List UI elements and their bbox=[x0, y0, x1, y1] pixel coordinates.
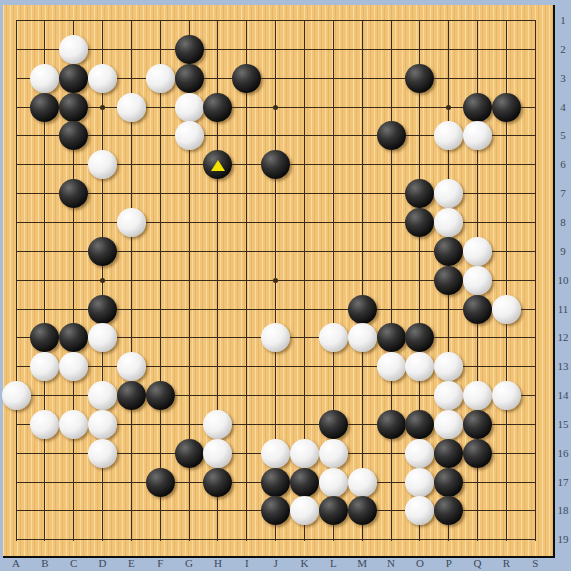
column-label: O bbox=[410, 557, 430, 570]
column-label: F bbox=[150, 557, 170, 570]
stone-white bbox=[434, 410, 463, 439]
column-label: L bbox=[323, 557, 343, 570]
stone-black bbox=[59, 93, 88, 122]
stone-white bbox=[88, 64, 117, 93]
stone-white bbox=[88, 150, 117, 179]
stone-white bbox=[434, 381, 463, 410]
stone-black bbox=[175, 64, 204, 93]
row-label: 6 bbox=[556, 158, 570, 171]
stone-black bbox=[405, 208, 434, 237]
stone-black bbox=[59, 323, 88, 352]
stone-black bbox=[348, 295, 377, 324]
stone-black bbox=[405, 179, 434, 208]
stone-white bbox=[377, 352, 406, 381]
row-label: 14 bbox=[556, 389, 570, 402]
column-label: E bbox=[121, 557, 141, 570]
column-label: I bbox=[237, 557, 257, 570]
row-label: 18 bbox=[556, 504, 570, 517]
stone-black bbox=[377, 410, 406, 439]
grid-line-vertical bbox=[16, 21, 17, 541]
stone-white bbox=[405, 468, 434, 497]
stone-white bbox=[319, 323, 348, 352]
row-label: 7 bbox=[556, 187, 570, 200]
row-label: 13 bbox=[556, 360, 570, 373]
stone-white bbox=[261, 323, 290, 352]
stone-white bbox=[290, 439, 319, 468]
stone-black bbox=[377, 121, 406, 150]
column-label: Q bbox=[468, 557, 488, 570]
stone-white bbox=[319, 439, 348, 468]
grid-line-horizontal bbox=[16, 539, 536, 540]
stone-black bbox=[30, 93, 59, 122]
stone-black bbox=[203, 93, 232, 122]
stone-white bbox=[261, 439, 290, 468]
stone-black bbox=[463, 93, 492, 122]
stone-white bbox=[348, 323, 377, 352]
stone-white bbox=[117, 352, 146, 381]
stone-black bbox=[117, 381, 146, 410]
stone-black bbox=[261, 468, 290, 497]
stone-black bbox=[463, 295, 492, 324]
row-label: 1 bbox=[556, 14, 570, 27]
stone-black bbox=[405, 64, 434, 93]
stone-white bbox=[492, 295, 521, 324]
stone-black bbox=[59, 121, 88, 150]
go-app-window: ABCDEFGHIJKLMNOPQRS 12345678910111213141… bbox=[0, 0, 571, 571]
star-point bbox=[100, 105, 105, 110]
column-label: K bbox=[295, 557, 315, 570]
stone-black bbox=[30, 323, 59, 352]
stone-black bbox=[88, 237, 117, 266]
row-label: 4 bbox=[556, 101, 570, 114]
grid-line-horizontal bbox=[16, 20, 536, 21]
stone-black bbox=[319, 410, 348, 439]
star-point bbox=[100, 278, 105, 283]
stone-black bbox=[492, 93, 521, 122]
row-label: 2 bbox=[556, 43, 570, 56]
column-label: R bbox=[496, 557, 516, 570]
stone-white bbox=[405, 352, 434, 381]
stone-black bbox=[434, 439, 463, 468]
stone-white bbox=[30, 410, 59, 439]
stone-white bbox=[463, 121, 492, 150]
row-label: 8 bbox=[556, 216, 570, 229]
row-label: 12 bbox=[556, 331, 570, 344]
stone-white bbox=[117, 208, 146, 237]
stone-white bbox=[117, 93, 146, 122]
grid-line-vertical bbox=[246, 21, 247, 541]
stone-white bbox=[88, 381, 117, 410]
column-label: D bbox=[93, 557, 113, 570]
stone-white bbox=[30, 64, 59, 93]
stone-white bbox=[88, 410, 117, 439]
star-point bbox=[273, 105, 278, 110]
stone-black bbox=[290, 468, 319, 497]
stone-black bbox=[319, 496, 348, 525]
grid-line-vertical bbox=[362, 21, 363, 541]
stone-white bbox=[463, 266, 492, 295]
stone-black bbox=[175, 35, 204, 64]
row-label: 15 bbox=[556, 418, 570, 431]
stone-white bbox=[88, 439, 117, 468]
row-label: 11 bbox=[556, 303, 570, 316]
stone-black bbox=[348, 496, 377, 525]
stone-black bbox=[261, 150, 290, 179]
stone-black bbox=[434, 237, 463, 266]
stone-white bbox=[434, 121, 463, 150]
stone-white bbox=[203, 439, 232, 468]
stone-black bbox=[232, 64, 261, 93]
column-label: P bbox=[439, 557, 459, 570]
row-label: 3 bbox=[556, 72, 570, 85]
stone-white bbox=[59, 410, 88, 439]
stone-black bbox=[59, 179, 88, 208]
stone-black bbox=[434, 266, 463, 295]
stone-white bbox=[175, 121, 204, 150]
stone-black bbox=[146, 381, 175, 410]
stone-black bbox=[463, 439, 492, 468]
triangle-marker-icon bbox=[211, 160, 225, 171]
stone-white bbox=[405, 496, 434, 525]
grid-line-vertical bbox=[160, 21, 161, 541]
stone-white bbox=[59, 35, 88, 64]
grid-line-vertical bbox=[391, 21, 392, 541]
stone-black bbox=[377, 323, 406, 352]
row-label: 17 bbox=[556, 476, 570, 489]
stone-black bbox=[434, 468, 463, 497]
stone-white bbox=[463, 381, 492, 410]
go-board[interactable] bbox=[3, 5, 555, 558]
stone-white bbox=[88, 323, 117, 352]
stone-white bbox=[319, 468, 348, 497]
column-label: J bbox=[266, 557, 286, 570]
stone-black bbox=[146, 468, 175, 497]
stone-black bbox=[59, 64, 88, 93]
row-label: 19 bbox=[556, 533, 570, 546]
stone-white bbox=[175, 93, 204, 122]
row-label: 5 bbox=[556, 129, 570, 142]
stone-white bbox=[30, 352, 59, 381]
column-label: A bbox=[6, 557, 26, 570]
column-label: G bbox=[179, 557, 199, 570]
stone-white bbox=[290, 496, 319, 525]
stone-black bbox=[405, 323, 434, 352]
stone-black bbox=[88, 295, 117, 324]
stone-black bbox=[203, 468, 232, 497]
stone-white bbox=[203, 410, 232, 439]
stone-black bbox=[463, 410, 492, 439]
star-point bbox=[273, 278, 278, 283]
column-label: N bbox=[381, 557, 401, 570]
row-label: 9 bbox=[556, 245, 570, 258]
stone-white bbox=[434, 179, 463, 208]
column-label: S bbox=[525, 557, 545, 570]
stone-black bbox=[405, 410, 434, 439]
stone-black bbox=[434, 496, 463, 525]
stone-white bbox=[405, 439, 434, 468]
star-point bbox=[446, 105, 451, 110]
stone-white bbox=[434, 352, 463, 381]
column-label: H bbox=[208, 557, 228, 570]
column-label: M bbox=[352, 557, 372, 570]
stone-white bbox=[348, 468, 377, 497]
stone-white bbox=[2, 381, 31, 410]
grid-line-vertical bbox=[535, 21, 536, 541]
stone-white bbox=[492, 381, 521, 410]
column-label: C bbox=[64, 557, 84, 570]
stone-white bbox=[434, 208, 463, 237]
stone-white bbox=[463, 237, 492, 266]
stone-black bbox=[261, 496, 290, 525]
stone-white bbox=[146, 64, 175, 93]
stone-black bbox=[175, 439, 204, 468]
row-label: 16 bbox=[556, 447, 570, 460]
stone-white bbox=[59, 352, 88, 381]
grid-line-horizontal bbox=[16, 49, 536, 50]
row-label: 10 bbox=[556, 274, 570, 287]
column-label: B bbox=[35, 557, 55, 570]
